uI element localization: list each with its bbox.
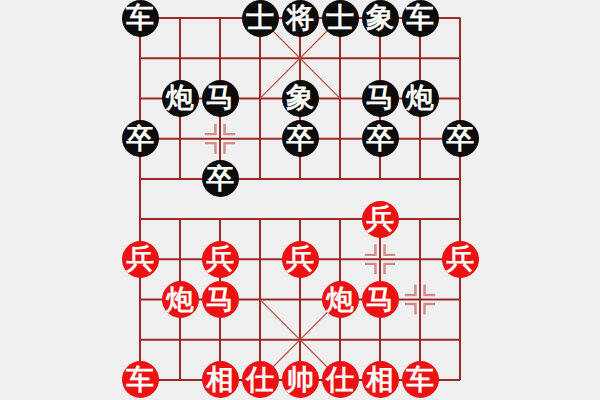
piece-black-general[interactable]: 将	[282, 0, 319, 37]
piece-red-advisor-2[interactable]: 仕	[322, 361, 359, 398]
piece-black-elephant-1[interactable]: 象	[362, 0, 399, 37]
piece-red-soldier-2[interactable]: 兵	[202, 241, 239, 278]
piece-red-elephant-2[interactable]: 相	[362, 361, 399, 398]
piece-black-advisor-2[interactable]: 士	[322, 0, 359, 37]
piece-red-advisor-1[interactable]: 仕	[242, 361, 279, 398]
piece-red-chariot-1[interactable]: 车	[122, 361, 159, 398]
piece-red-cannon-2[interactable]: 炮	[322, 281, 359, 318]
piece-red-soldier-1[interactable]: 兵	[122, 241, 159, 278]
piece-black-advisor-1[interactable]: 士	[242, 0, 279, 37]
piece-red-soldier-3[interactable]: 兵	[282, 241, 319, 278]
piece-red-horse-2[interactable]: 马	[362, 281, 399, 318]
board-intersections[interactable]: 车士将士象车炮马象马炮卒卒卒卒卒兵兵兵兵兵炮马炮马车相仕帅仕相车	[120, 0, 480, 400]
piece-black-cannon-2[interactable]: 炮	[402, 80, 439, 117]
piece-black-horse-1[interactable]: 马	[202, 80, 239, 117]
piece-red-soldier-5[interactable]: 兵	[442, 241, 479, 278]
piece-black-chariot-2[interactable]: 车	[402, 0, 439, 37]
piece-black-soldier-1[interactable]: 卒	[122, 120, 159, 157]
piece-red-chariot-2[interactable]: 车	[402, 361, 439, 398]
piece-red-soldier-4[interactable]: 兵	[362, 201, 399, 238]
xiangqi-board: 车士将士象车炮马象马炮卒卒卒卒卒兵兵兵兵兵炮马炮马车相仕帅仕相车	[0, 0, 600, 400]
piece-red-general[interactable]: 帅	[282, 361, 319, 398]
piece-red-elephant-1[interactable]: 相	[202, 361, 239, 398]
piece-black-soldier-3[interactable]: 卒	[282, 120, 319, 157]
piece-black-cannon-1[interactable]: 炮	[162, 80, 199, 117]
piece-black-soldier-4[interactable]: 卒	[362, 120, 399, 157]
piece-black-soldier-2[interactable]: 卒	[202, 160, 239, 197]
piece-red-cannon-1[interactable]: 炮	[162, 281, 199, 318]
piece-black-chariot-1[interactable]: 车	[122, 0, 159, 37]
piece-black-soldier-5[interactable]: 卒	[442, 120, 479, 157]
piece-black-horse-2[interactable]: 马	[362, 80, 399, 117]
piece-red-horse-1[interactable]: 马	[202, 281, 239, 318]
piece-black-elephant-2[interactable]: 象	[282, 80, 319, 117]
